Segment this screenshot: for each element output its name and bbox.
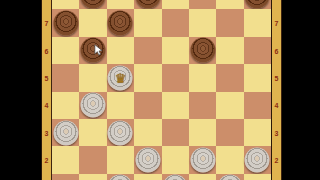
square-a4 (52, 92, 79, 119)
white-king-c5[interactable]: ♛ (108, 65, 133, 90)
square-b8[interactable] (79, 0, 106, 9)
rank-label-3: 3 (42, 129, 51, 136)
square-c1[interactable] (107, 174, 134, 180)
white-man-g1[interactable] (218, 175, 243, 180)
white-man-c1[interactable] (108, 175, 133, 180)
black-man-b8[interactable] (81, 0, 106, 8)
square-e1[interactable] (162, 174, 189, 180)
rank-label-7: 7 (42, 20, 51, 27)
white-man-a3[interactable] (53, 120, 78, 145)
square-h5 (244, 64, 271, 91)
square-c2 (107, 146, 134, 173)
square-d5 (134, 64, 161, 91)
square-g8 (216, 0, 243, 9)
square-b7 (79, 9, 106, 36)
square-g7[interactable] (216, 9, 243, 36)
square-b1 (79, 174, 106, 180)
square-h3 (244, 119, 271, 146)
square-c7[interactable] (107, 9, 134, 36)
black-man-f6[interactable] (190, 38, 215, 63)
square-d6[interactable] (134, 37, 161, 64)
white-man-b4[interactable] (81, 93, 106, 118)
square-g1[interactable] (216, 174, 243, 180)
square-b3 (79, 119, 106, 146)
square-a6 (52, 37, 79, 64)
square-d7 (134, 9, 161, 36)
rank-label-4: 4 (272, 102, 281, 109)
rank-label-5: 5 (42, 74, 51, 81)
white-man-c3[interactable] (108, 120, 133, 145)
game-stage: 765432 ♛ 765432 (0, 0, 320, 180)
square-f6[interactable] (189, 37, 216, 64)
square-f7 (189, 9, 216, 36)
rank-label-7: 7 (272, 20, 281, 27)
square-a1[interactable] (52, 174, 79, 180)
square-d3 (134, 119, 161, 146)
square-e8 (162, 0, 189, 9)
king-crown-icon: ♛ (108, 65, 133, 90)
square-g6 (216, 37, 243, 64)
rank-label-3: 3 (272, 129, 281, 136)
black-man-h8[interactable] (245, 0, 270, 8)
mouse-cursor-icon (94, 44, 103, 57)
square-c5[interactable]: ♛ (107, 64, 134, 91)
rank-label-6: 6 (42, 47, 51, 54)
black-man-d8[interactable] (135, 0, 160, 8)
square-d4[interactable] (134, 92, 161, 119)
checkers-board: ♛ (52, 0, 271, 180)
square-e4 (162, 92, 189, 119)
square-h2[interactable] (244, 146, 271, 173)
square-f2[interactable] (189, 146, 216, 173)
rank-label-4: 4 (42, 102, 51, 109)
rank-label-2: 2 (272, 157, 281, 164)
square-e6 (162, 37, 189, 64)
square-c6 (107, 37, 134, 64)
square-a7[interactable] (52, 9, 79, 36)
square-f3 (189, 119, 216, 146)
square-e3[interactable] (162, 119, 189, 146)
square-c4 (107, 92, 134, 119)
square-f8[interactable] (189, 0, 216, 9)
square-d8[interactable] (134, 0, 161, 9)
square-d2[interactable] (134, 146, 161, 173)
square-f4[interactable] (189, 92, 216, 119)
square-b4[interactable] (79, 92, 106, 119)
square-b2[interactable] (79, 146, 106, 173)
square-h6[interactable] (244, 37, 271, 64)
square-h7 (244, 9, 271, 36)
rank-labels-left: 765432 (41, 0, 52, 180)
square-e5[interactable] (162, 64, 189, 91)
square-f5 (189, 64, 216, 91)
rank-label-6: 6 (272, 47, 281, 54)
square-c8 (107, 0, 134, 9)
square-h4[interactable] (244, 92, 271, 119)
square-g2 (216, 146, 243, 173)
square-b5 (79, 64, 106, 91)
rank-labels-right: 765432 (271, 0, 282, 180)
square-f1 (189, 174, 216, 180)
square-g5[interactable] (216, 64, 243, 91)
rank-label-5: 5 (272, 74, 281, 81)
black-man-a7[interactable] (53, 11, 78, 36)
square-h1 (244, 174, 271, 180)
square-d1 (134, 174, 161, 180)
square-a8 (52, 0, 79, 9)
square-g4 (216, 92, 243, 119)
square-e7[interactable] (162, 9, 189, 36)
square-e2 (162, 146, 189, 173)
square-g3[interactable] (216, 119, 243, 146)
square-a2 (52, 146, 79, 173)
square-a5[interactable] (52, 64, 79, 91)
square-c3[interactable] (107, 119, 134, 146)
white-man-e1[interactable] (163, 175, 188, 180)
black-man-c7[interactable] (108, 11, 133, 36)
white-man-f2[interactable] (190, 148, 215, 173)
white-man-h2[interactable] (245, 148, 270, 173)
rank-label-2: 2 (42, 157, 51, 164)
square-a3[interactable] (52, 119, 79, 146)
square-h8[interactable] (244, 0, 271, 9)
white-man-d2[interactable] (135, 148, 160, 173)
